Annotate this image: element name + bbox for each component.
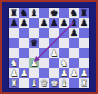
square-c2[interactable] bbox=[29, 68, 39, 78]
square-d2[interactable] bbox=[39, 68, 49, 78]
square-b7[interactable]: ♟ bbox=[19, 18, 29, 28]
square-b3[interactable] bbox=[19, 58, 29, 68]
square-d6[interactable] bbox=[39, 28, 49, 38]
black-pawn-h7[interactable]: ♟ bbox=[80, 18, 88, 28]
white-rook-a1[interactable]: ♜ bbox=[10, 78, 18, 88]
square-b6[interactable] bbox=[19, 28, 29, 38]
square-g7[interactable]: ♝ bbox=[69, 18, 79, 28]
white-knight-f3[interactable]: ♞ bbox=[60, 58, 68, 68]
square-h2[interactable]: ♟ bbox=[79, 68, 89, 78]
square-b1[interactable] bbox=[19, 78, 29, 88]
square-a3[interactable]: ♞ bbox=[9, 58, 19, 68]
square-e6[interactable] bbox=[49, 28, 59, 38]
black-pawn-e7[interactable]: ♟ bbox=[50, 18, 58, 28]
square-f4[interactable] bbox=[59, 48, 69, 58]
square-a7[interactable]: ♟ bbox=[9, 18, 19, 28]
chessboard: ♜♞♝♚♞♜♟♟♟♟♟♝♟♟♛♟♞♟♞♟♟♟♟♟♜♝♛♚♝♜ bbox=[8, 7, 90, 89]
square-a6[interactable] bbox=[9, 28, 19, 38]
white-rook-h1[interactable]: ♜ bbox=[80, 78, 88, 88]
square-g1[interactable] bbox=[69, 78, 79, 88]
square-g2[interactable]: ♟ bbox=[69, 68, 79, 78]
white-bishop-f1[interactable]: ♝ bbox=[60, 78, 68, 88]
black-knight-b8[interactable]: ♞ bbox=[20, 8, 28, 18]
square-a8[interactable]: ♜ bbox=[9, 8, 19, 18]
square-h3[interactable] bbox=[79, 58, 89, 68]
square-d4[interactable] bbox=[39, 48, 49, 58]
square-c6[interactable] bbox=[29, 28, 39, 38]
black-queen-c5[interactable]: ♛ bbox=[30, 38, 38, 48]
black-pawn-b7[interactable]: ♟ bbox=[20, 18, 28, 28]
square-g3[interactable] bbox=[69, 58, 79, 68]
square-e1[interactable]: ♚ bbox=[49, 78, 59, 88]
square-a1[interactable]: ♜ bbox=[9, 78, 19, 88]
square-e4[interactable]: ♟ bbox=[49, 48, 59, 58]
square-b5[interactable] bbox=[19, 38, 29, 48]
black-bishop-g7[interactable]: ♝ bbox=[70, 18, 78, 28]
white-pawn-f2[interactable]: ♟ bbox=[60, 68, 68, 78]
white-pawn-a2[interactable]: ♟ bbox=[10, 68, 18, 78]
square-b8[interactable]: ♞ bbox=[19, 8, 29, 18]
square-g5[interactable] bbox=[69, 38, 79, 48]
square-c8[interactable]: ♝ bbox=[29, 8, 39, 18]
white-queen-d1[interactable]: ♛ bbox=[40, 78, 48, 88]
square-h5[interactable] bbox=[79, 38, 89, 48]
black-pawn-g6[interactable]: ♟ bbox=[70, 28, 78, 38]
square-f2[interactable]: ♟ bbox=[59, 68, 69, 78]
black-king-e8[interactable]: ♚ bbox=[50, 8, 58, 18]
square-e7[interactable]: ♟ bbox=[49, 18, 59, 28]
square-d7[interactable]: ♟ bbox=[39, 18, 49, 28]
square-e8[interactable]: ♚ bbox=[49, 8, 59, 18]
square-e3[interactable] bbox=[49, 58, 59, 68]
square-g8[interactable]: ♞ bbox=[69, 8, 79, 18]
black-rook-h8[interactable]: ♜ bbox=[80, 8, 88, 18]
square-g4[interactable] bbox=[69, 48, 79, 58]
black-knight-g8[interactable]: ♞ bbox=[70, 8, 78, 18]
square-h1[interactable]: ♜ bbox=[79, 78, 89, 88]
black-pawn-f7[interactable]: ♟ bbox=[60, 18, 68, 28]
square-c4[interactable] bbox=[29, 48, 39, 58]
square-g6[interactable]: ♟ bbox=[69, 28, 79, 38]
square-c5[interactable]: ♛ bbox=[29, 38, 39, 48]
square-e2[interactable] bbox=[49, 68, 59, 78]
square-a5[interactable] bbox=[9, 38, 19, 48]
square-h7[interactable]: ♟ bbox=[79, 18, 89, 28]
square-a2[interactable]: ♟ bbox=[9, 68, 19, 78]
square-d1[interactable]: ♛ bbox=[39, 78, 49, 88]
white-pawn-b2[interactable]: ♟ bbox=[20, 68, 28, 78]
white-pawn-g2[interactable]: ♟ bbox=[70, 68, 78, 78]
black-pawn-a7[interactable]: ♟ bbox=[10, 18, 18, 28]
white-pawn-h2[interactable]: ♟ bbox=[80, 68, 88, 78]
white-knight-a3[interactable]: ♞ bbox=[10, 58, 18, 68]
square-b2[interactable]: ♟ bbox=[19, 68, 29, 78]
square-e5[interactable] bbox=[49, 38, 59, 48]
square-b4[interactable] bbox=[19, 48, 29, 58]
black-rook-a8[interactable]: ♜ bbox=[10, 8, 18, 18]
square-h4[interactable] bbox=[79, 48, 89, 58]
square-f1[interactable]: ♝ bbox=[59, 78, 69, 88]
white-bishop-c1[interactable]: ♝ bbox=[30, 78, 38, 88]
square-f3[interactable]: ♞ bbox=[59, 58, 69, 68]
square-f8[interactable] bbox=[59, 8, 69, 18]
square-f7[interactable]: ♟ bbox=[59, 18, 69, 28]
square-c1[interactable]: ♝ bbox=[29, 78, 39, 88]
square-d3[interactable] bbox=[39, 58, 49, 68]
white-pawn-c3[interactable]: ♟ bbox=[30, 58, 38, 68]
square-f5[interactable] bbox=[59, 38, 69, 48]
square-c3[interactable]: ♟ bbox=[29, 58, 39, 68]
square-h6[interactable] bbox=[79, 28, 89, 38]
square-d5[interactable] bbox=[39, 38, 49, 48]
square-f6[interactable] bbox=[59, 28, 69, 38]
black-bishop-c8[interactable]: ♝ bbox=[30, 8, 38, 18]
chessboard-frame: ♜♞♝♚♞♜♟♟♟♟♟♝♟♟♛♟♞♟♞♟♟♟♟♟♜♝♛♚♝♜ bbox=[0, 0, 98, 94]
white-pawn-e4[interactable]: ♟ bbox=[50, 48, 58, 58]
square-c7[interactable] bbox=[29, 18, 39, 28]
square-h8[interactable]: ♜ bbox=[79, 8, 89, 18]
black-pawn-d7[interactable]: ♟ bbox=[40, 18, 48, 28]
square-a4[interactable] bbox=[9, 48, 19, 58]
square-d8[interactable] bbox=[39, 8, 49, 18]
white-king-e1[interactable]: ♚ bbox=[50, 78, 58, 88]
